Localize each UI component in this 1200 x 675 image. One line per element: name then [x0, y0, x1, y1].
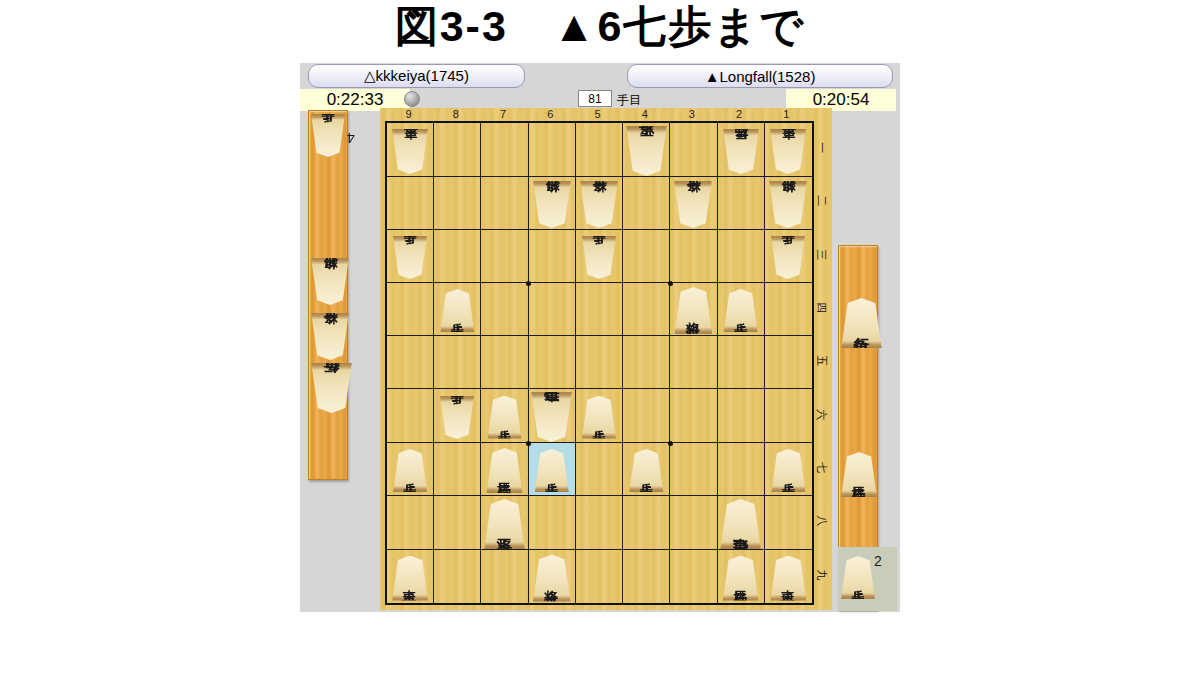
board-square-57[interactable]: [576, 443, 623, 496]
gote-player-name: △kkkeiya(1745): [364, 67, 469, 85]
board-square-26[interactable]: [718, 389, 765, 443]
board-square-12[interactable]: 銀将: [765, 177, 812, 230]
sente-player-name: ▲Longfall(1528): [705, 68, 816, 85]
board-square-98[interactable]: [387, 496, 434, 550]
board-square-68[interactable]: [529, 496, 576, 550]
shogi-piece-歩兵[interactable]: 歩兵: [534, 449, 570, 492]
shogi-piece-歩兵[interactable]: 歩兵: [770, 449, 806, 492]
piece-kanji: 歩兵: [734, 309, 747, 312]
piece-kanji: 歩兵: [852, 576, 865, 579]
piece-kanji: 歩兵: [404, 469, 417, 472]
piece-kanji: 玉将: [638, 150, 654, 153]
piece-kanji: 歩兵: [545, 469, 558, 472]
piece-kanji: 銀将: [545, 203, 559, 206]
board-square-62[interactable]: 銀将: [529, 177, 576, 230]
move-number-input[interactable]: [578, 90, 612, 107]
piece-kanji: 金将: [545, 577, 559, 580]
board-square-92[interactable]: [387, 177, 434, 230]
board-square-44[interactable]: [623, 283, 670, 336]
shogi-piece-銀将[interactable]: 銀将: [768, 181, 808, 228]
board-square-45[interactable]: [623, 336, 670, 389]
board-square-82[interactable]: [434, 177, 481, 230]
piece-kanji: 角行: [324, 387, 340, 390]
shogi-board: 987654321 一二三四五六七八九 香車玉将桂馬香車銀将金将金将銀将歩兵歩兵…: [380, 108, 832, 610]
board-square-91[interactable]: 香車: [387, 123, 434, 177]
piece-kanji: 飛車: [733, 523, 749, 526]
board-square-39[interactable]: [670, 550, 717, 603]
piece-kanji: 歩兵: [451, 309, 464, 312]
board-square-95[interactable]: [387, 336, 434, 389]
board-square-89[interactable]: [434, 550, 481, 603]
shogi-piece-歩兵[interactable]: 歩兵: [628, 449, 664, 492]
piece-kanji: 桂馬: [852, 473, 866, 476]
piece-kanji: 桂馬: [498, 469, 512, 472]
board-square-31[interactable]: [670, 123, 717, 177]
shogi-piece-銀将[interactable]: 銀将: [532, 181, 572, 228]
shogi-app: 図3-3 ▲6七歩まで △kkkeiya(1745) ▲Longfall(152…: [0, 0, 1200, 675]
board-square-59[interactable]: [576, 550, 623, 603]
board-square-18[interactable]: [765, 496, 812, 550]
board-square-46[interactable]: [623, 389, 670, 443]
board-square-32[interactable]: 金将: [670, 177, 717, 230]
board-square-96[interactable]: [387, 389, 434, 443]
board-square-35[interactable]: [670, 336, 717, 389]
move-number-label: 手目: [617, 92, 641, 109]
star-point: [668, 281, 673, 286]
board-square-21[interactable]: 桂馬: [718, 123, 765, 177]
board-square-87[interactable]: [434, 443, 481, 496]
board-square-38[interactable]: [670, 496, 717, 550]
star-point: [668, 441, 673, 446]
board-square-27[interactable]: [718, 443, 765, 496]
board-grid: 香車玉将桂馬香車銀将金将金将銀将歩兵歩兵歩兵歩兵銀将歩兵歩兵歩兵飛車歩兵歩兵桂馬…: [385, 121, 814, 605]
piece-kanji: 歩兵: [498, 416, 511, 419]
piece-kanji: 香車: [781, 577, 795, 580]
board-square-56[interactable]: 歩兵: [576, 389, 623, 443]
shogi-piece-銀将[interactable]: 銀将: [673, 287, 713, 334]
piece-kanji: 歩兵: [451, 416, 464, 419]
sente-player-bar[interactable]: ▲Longfall(1528): [627, 64, 893, 88]
board-square-88[interactable]: [434, 496, 481, 550]
board-square-48[interactable]: [623, 496, 670, 550]
board-square-34[interactable]: 銀将: [670, 283, 717, 336]
board-square-72[interactable]: [481, 177, 528, 230]
board-square-19[interactable]: 香車: [765, 550, 812, 603]
shogi-piece-香車[interactable]: 香車: [391, 556, 429, 601]
shogi-piece-歩兵[interactable]: 歩兵: [770, 236, 806, 279]
shogi-piece-歩兵[interactable]: 歩兵: [581, 396, 617, 439]
board-square-66[interactable]: 飛車: [529, 389, 576, 443]
file-label: 4: [621, 108, 668, 121]
star-point: [526, 441, 531, 446]
shogi-piece-歩兵[interactable]: 歩兵: [487, 396, 523, 439]
board-square-75[interactable]: [481, 336, 528, 389]
board-square-74[interactable]: [481, 283, 528, 336]
board-square-23[interactable]: [718, 230, 765, 283]
board-square-78[interactable]: 玉将: [481, 496, 528, 550]
shogi-piece-香車[interactable]: 香車: [769, 556, 807, 601]
board-square-71[interactable]: [481, 123, 528, 177]
file-label: 8: [432, 108, 479, 121]
board-square-97[interactable]: 歩兵: [387, 443, 434, 496]
board-square-52[interactable]: 金将: [576, 177, 623, 230]
shogi-piece-桂馬[interactable]: 桂馬: [722, 556, 760, 601]
shogi-piece-金将[interactable]: 金将: [673, 181, 713, 228]
board-square-36[interactable]: [670, 389, 717, 443]
gote-hand-count: 4: [347, 130, 355, 146]
star-point: [526, 281, 531, 286]
shogi-piece-歩兵[interactable]: 歩兵: [723, 289, 759, 332]
piece-kanji: 飛車: [544, 416, 560, 419]
board-square-63[interactable]: [529, 230, 576, 283]
board-square-73[interactable]: [481, 230, 528, 283]
piece-kanji: 歩兵: [404, 256, 417, 259]
board-square-94[interactable]: [387, 283, 434, 336]
board-square-61[interactable]: [529, 123, 576, 177]
piece-kanji: 歩兵: [782, 256, 795, 259]
piece-kanji: 歩兵: [592, 416, 605, 419]
shogi-piece-歩兵[interactable]: 歩兵: [392, 449, 428, 492]
board-square-65[interactable]: [529, 336, 576, 389]
board-square-15[interactable]: [765, 336, 812, 389]
board-square-55[interactable]: [576, 336, 623, 389]
file-label: 3: [668, 108, 715, 121]
board-square-13[interactable]: 歩兵: [765, 230, 812, 283]
shogi-piece-飛車[interactable]: 飛車: [530, 392, 573, 442]
file-label: 1: [763, 108, 810, 121]
sente-hand-count: 2: [874, 553, 882, 569]
gote-clock-value: 0:22:33: [327, 90, 384, 110]
board-square-28[interactable]: 飛車: [718, 496, 765, 550]
board-square-47[interactable]: 歩兵: [623, 443, 670, 496]
board-square-16[interactable]: [765, 389, 812, 443]
gote-player-bar[interactable]: △kkkeiya(1745): [308, 64, 525, 88]
shogi-piece-歩兵[interactable]: 歩兵: [581, 236, 617, 279]
shogi-piece-飛車[interactable]: 飛車: [719, 499, 762, 549]
board-square-41[interactable]: 玉将: [623, 123, 670, 177]
board-square-29[interactable]: 桂馬: [718, 550, 765, 603]
piece-kanji: 角行: [854, 322, 870, 325]
board-square-85[interactable]: [434, 336, 481, 389]
board-square-79[interactable]: [481, 550, 528, 603]
shogi-piece-桂馬[interactable]: 桂馬: [722, 129, 760, 174]
board-square-64[interactable]: [529, 283, 576, 336]
shogi-piece-金将[interactable]: 金将: [579, 181, 619, 228]
board-square-22[interactable]: [718, 177, 765, 230]
diagram-title: 図3-3 ▲6七歩まで: [0, 0, 1200, 54]
piece-kanji: 香車: [781, 150, 795, 153]
board-square-81[interactable]: [434, 123, 481, 177]
piece-kanji: 金将: [592, 203, 606, 206]
file-label: 5: [574, 108, 621, 121]
shogi-piece-香車[interactable]: 香車: [769, 129, 807, 174]
board-square-54[interactable]: [576, 283, 623, 336]
file-label: 2: [716, 108, 763, 121]
shogi-piece-玉将[interactable]: 玉将: [483, 499, 526, 549]
board-square-51[interactable]: [576, 123, 623, 177]
board-square-11[interactable]: 香車: [765, 123, 812, 177]
board-square-24[interactable]: 歩兵: [718, 283, 765, 336]
shogi-piece-歩兵[interactable]: 歩兵: [392, 236, 428, 279]
piece-kanji: 香車: [403, 577, 417, 580]
piece-kanji: 桂馬: [734, 150, 748, 153]
piece-kanji: 金将: [686, 203, 700, 206]
board-square-14[interactable]: [765, 283, 812, 336]
shogi-piece-香車[interactable]: 香車: [391, 129, 429, 174]
file-label: 9: [385, 108, 432, 121]
piece-kanji: 歩兵: [592, 256, 605, 259]
piece-kanji: 歩兵: [782, 469, 795, 472]
board-square-76[interactable]: 歩兵: [481, 389, 528, 443]
board-square-69[interactable]: 金将: [529, 550, 576, 603]
board-square-53[interactable]: 歩兵: [576, 230, 623, 283]
board-square-58[interactable]: [576, 496, 623, 550]
board-square-84[interactable]: 歩兵: [434, 283, 481, 336]
board-square-25[interactable]: [718, 336, 765, 389]
shogi-piece-歩兵[interactable]: 歩兵: [439, 396, 475, 439]
shogi-piece-金将[interactable]: 金将: [532, 555, 572, 602]
file-label: 7: [479, 108, 526, 121]
board-square-49[interactable]: [623, 550, 670, 603]
board-square-43[interactable]: [623, 230, 670, 283]
board-square-17[interactable]: 歩兵: [765, 443, 812, 496]
piece-kanji: 銀将: [323, 280, 337, 283]
piece-kanji: 香車: [403, 150, 417, 153]
board-square-83[interactable]: [434, 230, 481, 283]
piece-kanji: 銀将: [686, 309, 700, 312]
board-square-67[interactable]: 歩兵: [529, 443, 576, 496]
board-square-42[interactable]: [623, 177, 670, 230]
piece-kanji: 玉将: [497, 523, 513, 526]
piece-kanji: 金将: [323, 335, 337, 338]
turn-indicator-icon: [404, 91, 420, 107]
board-square-33[interactable]: [670, 230, 717, 283]
sente-clock-value: 0:20:54: [813, 90, 870, 110]
file-label: 6: [527, 108, 574, 121]
board-square-77[interactable]: 桂馬: [481, 443, 528, 496]
board-square-86[interactable]: 歩兵: [434, 389, 481, 443]
board-square-93[interactable]: 歩兵: [387, 230, 434, 283]
board-square-99[interactable]: 香車: [387, 550, 434, 603]
file-labels: 987654321: [385, 108, 810, 121]
shogi-piece-桂馬[interactable]: 桂馬: [486, 448, 524, 493]
shogi-piece-玉将[interactable]: 玉将: [625, 126, 668, 176]
shogi-piece-歩兵[interactable]: 歩兵: [439, 289, 475, 332]
piece-kanji: 銀将: [781, 203, 795, 206]
piece-kanji: 歩兵: [640, 469, 653, 472]
piece-kanji: 歩兵: [322, 134, 335, 137]
board-square-37[interactable]: [670, 443, 717, 496]
piece-kanji: 桂馬: [734, 577, 748, 580]
